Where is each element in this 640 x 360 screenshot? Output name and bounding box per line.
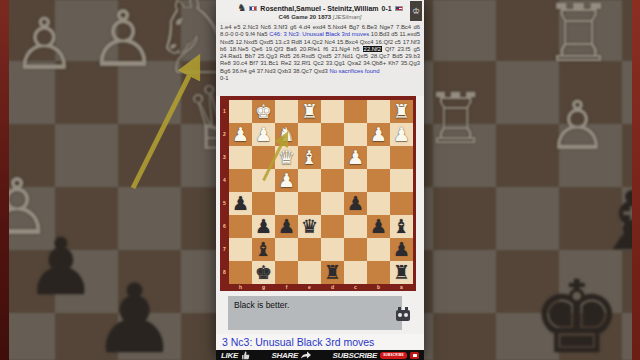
- usa-flag-icon: [395, 6, 403, 11]
- share-arrow-icon[interactable]: [301, 351, 311, 359]
- square-h2[interactable]: ♟: [229, 123, 252, 146]
- square-a7[interactable]: ♟: [390, 238, 413, 261]
- black-bishop: ♝: [390, 215, 413, 238]
- square-g6[interactable]: ♟: [252, 215, 275, 238]
- file-label: g: [252, 284, 275, 291]
- annotator: [JESilman]: [333, 14, 362, 20]
- square-d2[interactable]: [321, 123, 344, 146]
- black-pawn: ♟: [275, 215, 298, 238]
- square-f4[interactable]: ♟: [275, 169, 298, 192]
- square-b2[interactable]: ♟: [367, 123, 390, 146]
- square-h6[interactable]: [229, 215, 252, 238]
- white-pawn: ♟: [390, 123, 413, 146]
- rank-label: 3: [220, 146, 229, 169]
- square-c7[interactable]: [344, 238, 367, 261]
- current-move-highlight[interactable]: 22.Nf2: [363, 46, 382, 52]
- rank-label: 5: [220, 192, 229, 215]
- black-pawn: ♟: [229, 192, 252, 215]
- square-c1[interactable]: [344, 100, 367, 123]
- black-king: ♚: [252, 261, 275, 284]
- action-bar: LIKE SHARE SUBSCRIBE SUBSCRIBE: [216, 350, 424, 360]
- white-pawn: ♟: [344, 146, 367, 169]
- file-labels: hgfedcba: [229, 284, 413, 291]
- file-label: c: [344, 284, 367, 291]
- rank-label: 8: [220, 261, 229, 284]
- eco-label[interactable]: C46: 3 Nc3: Unusual Black 3rd moves: [269, 31, 369, 37]
- square-g3[interactable]: [252, 146, 275, 169]
- channel-piece-thumbnail: ♔: [410, 1, 422, 21]
- square-c8[interactable]: [344, 261, 367, 284]
- white-rook: ♜: [390, 100, 413, 123]
- like-button[interactable]: LIKE: [221, 351, 238, 360]
- square-d4[interactable]: [321, 169, 344, 192]
- square-c4[interactable]: [344, 169, 367, 192]
- black-rook: ♜: [321, 261, 344, 284]
- square-e3[interactable]: ♝: [298, 146, 321, 169]
- white-pawn: ♟: [229, 123, 252, 146]
- rank-label: 6: [220, 215, 229, 238]
- file-label: h: [229, 284, 252, 291]
- rank-label: 1: [220, 100, 229, 123]
- right-edge-bar: [632, 0, 640, 360]
- thumbs-up-icon[interactable]: [241, 351, 250, 360]
- square-c2[interactable]: [344, 123, 367, 146]
- square-g8[interactable]: ♚: [252, 261, 275, 284]
- black-rook: ♜: [390, 261, 413, 284]
- square-f8[interactable]: [275, 261, 298, 284]
- square-h4[interactable]: [229, 169, 252, 192]
- black-pawn: ♟: [344, 192, 367, 215]
- file-label: b: [367, 284, 390, 291]
- file-label: f: [275, 284, 298, 291]
- players-names: Rosenthal,Samuel - Steinitz,William: [260, 5, 378, 12]
- square-g4[interactable]: [252, 169, 275, 192]
- square-f1[interactable]: [275, 100, 298, 123]
- subscribe-label[interactable]: SUBSCRIBE: [333, 351, 377, 360]
- white-queen: ♛: [275, 146, 298, 169]
- evaluation-text: Black is better.: [228, 296, 402, 310]
- black-pawn: ♟: [390, 238, 413, 261]
- rank-label: 7: [220, 238, 229, 261]
- square-e4[interactable]: [298, 169, 321, 192]
- square-a4[interactable]: [390, 169, 413, 192]
- square-a8[interactable]: ♜: [390, 261, 413, 284]
- black-pawn: ♟: [252, 215, 275, 238]
- black-queen: ♛: [298, 215, 321, 238]
- file-label: a: [390, 284, 413, 291]
- square-a3[interactable]: [390, 146, 413, 169]
- rank-label: 4: [220, 169, 229, 192]
- move-list: 1.e4 e5 2.Nc3 Nc6 3.Nf3 g6 4.d4 exd4 5.N…: [216, 22, 424, 96]
- square-h3[interactable]: [229, 146, 252, 169]
- square-h7[interactable]: [229, 238, 252, 261]
- black-pawn: ♟: [367, 215, 390, 238]
- square-e6[interactable]: ♛: [298, 215, 321, 238]
- result-line: 0-1: [220, 75, 420, 82]
- square-b7[interactable]: [367, 238, 390, 261]
- square-b6[interactable]: ♟: [367, 215, 390, 238]
- square-e1[interactable]: ♜: [298, 100, 321, 123]
- square-f2[interactable]: ♞: [275, 123, 298, 146]
- white-pawn: ♟: [252, 123, 275, 146]
- evaluation-panel: Black is better.: [228, 296, 402, 330]
- square-b3[interactable]: [367, 146, 390, 169]
- square-d6[interactable]: [321, 215, 344, 238]
- square-g1[interactable]: ♚: [252, 100, 275, 123]
- game-header: ♞ Rosenthal,Samuel - Steinitz,William 0-…: [216, 0, 424, 23]
- black-bishop: ♝: [252, 238, 275, 261]
- square-b8[interactable]: [367, 261, 390, 284]
- players-icon: ♞: [237, 3, 246, 13]
- square-a6[interactable]: ♝: [390, 215, 413, 238]
- file-label: d: [321, 284, 344, 291]
- file-label: e: [298, 284, 321, 291]
- square-c5[interactable]: ♟: [344, 192, 367, 215]
- video-caption: 3 Nc3: Unusual Black 3rd moves: [216, 334, 424, 350]
- square-e5[interactable]: [298, 192, 321, 215]
- chess-board: 12345678 hgfedcba ♚♜♜♟♟♞♟♟♛♝♟♟♟♟♟♟♛♟♝♝♟♚…: [220, 96, 416, 291]
- square-c6[interactable]: [344, 215, 367, 238]
- square-f6[interactable]: ♟: [275, 215, 298, 238]
- analysis-panel: ♞ Rosenthal,Samuel - Steinitz,William 0-…: [216, 0, 424, 360]
- square-a2[interactable]: ♟: [390, 123, 413, 146]
- video-frame: ♙♙♘♕♖♖♙♙♟♟♚♝ ♞ Rosenthal,Samuel - Steini…: [0, 0, 640, 360]
- game-result: 0-1: [382, 5, 392, 12]
- square-d7[interactable]: [321, 238, 344, 261]
- game-info: C46 Game 20 1873: [278, 14, 331, 20]
- square-b4[interactable]: [367, 169, 390, 192]
- square-h8[interactable]: [229, 261, 252, 284]
- share-button[interactable]: SHARE: [272, 351, 299, 360]
- rank-labels: 12345678: [220, 100, 229, 284]
- square-f3[interactable]: ♛: [275, 146, 298, 169]
- rank-label: 2: [220, 123, 229, 146]
- white-pawn: ♟: [367, 123, 390, 146]
- square-b1[interactable]: [367, 100, 390, 123]
- square-h5[interactable]: ♟: [229, 192, 252, 215]
- square-d8[interactable]: ♜: [321, 261, 344, 284]
- square-e2[interactable]: [298, 123, 321, 146]
- square-h1[interactable]: [229, 100, 252, 123]
- chess-clock-icon: [396, 307, 410, 322]
- left-edge-bar: [0, 0, 9, 360]
- white-bishop: ♝: [298, 146, 321, 169]
- square-c3[interactable]: ♟: [344, 146, 367, 169]
- square-a1[interactable]: ♜: [390, 100, 413, 123]
- white-rook: ♜: [298, 100, 321, 123]
- square-g7[interactable]: ♝: [252, 238, 275, 261]
- square-d1[interactable]: [321, 100, 344, 123]
- square-g2[interactable]: ♟: [252, 123, 275, 146]
- france-flag-icon: [249, 6, 257, 11]
- board-grid: ♚♜♜♟♟♞♟♟♛♝♟♟♟♟♟♟♛♟♝♝♟♚♜♜: [229, 100, 413, 284]
- subscribe-button[interactable]: SUBSCRIBE: [380, 352, 407, 359]
- square-g5[interactable]: [252, 192, 275, 215]
- square-d3[interactable]: [321, 146, 344, 169]
- square-a5[interactable]: [390, 192, 413, 215]
- square-b5[interactable]: [367, 192, 390, 215]
- white-knight: ♞: [275, 123, 298, 146]
- white-king: ♚: [252, 100, 275, 123]
- youtube-icon[interactable]: [410, 352, 419, 359]
- square-e8[interactable]: [298, 261, 321, 284]
- square-f5[interactable]: [275, 192, 298, 215]
- square-d5[interactable]: [321, 192, 344, 215]
- white-pawn: ♟: [275, 169, 298, 192]
- square-e7[interactable]: [298, 238, 321, 261]
- engine-note: No sacrifices found: [329, 68, 379, 74]
- square-f7[interactable]: [275, 238, 298, 261]
